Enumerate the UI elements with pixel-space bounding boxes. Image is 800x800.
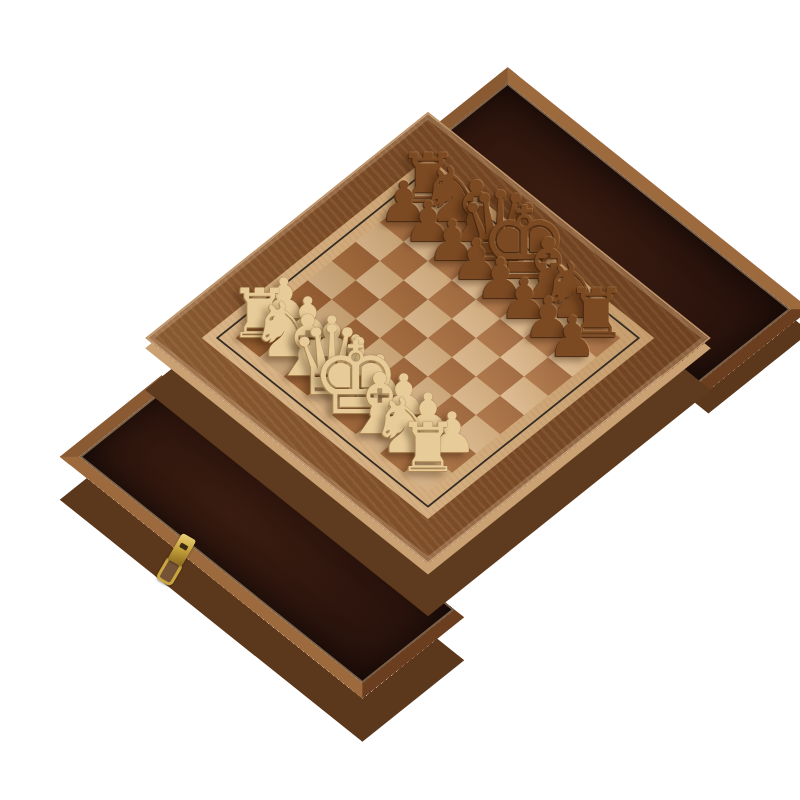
black-pawn[interactable]: ♟ xyxy=(547,309,597,365)
wooden-chess-set-photo: ♜♟♟♜♞♟♟♞♝♟♟♝♛♟♟♛♚♟♟♚♝♟♟♝♞♟♟♞♜♟♟♜ xyxy=(0,0,800,800)
chess-board: ♜♟♟♜♞♟♟♞♝♟♟♝♛♟♟♛♚♟♟♚♝♟♟♝♞♟♟♞♜♟♟♜ xyxy=(236,184,621,492)
square-h1[interactable]: ♜ xyxy=(404,453,452,491)
white-rook[interactable]: ♜ xyxy=(398,414,459,482)
clasp-plate xyxy=(168,533,197,567)
